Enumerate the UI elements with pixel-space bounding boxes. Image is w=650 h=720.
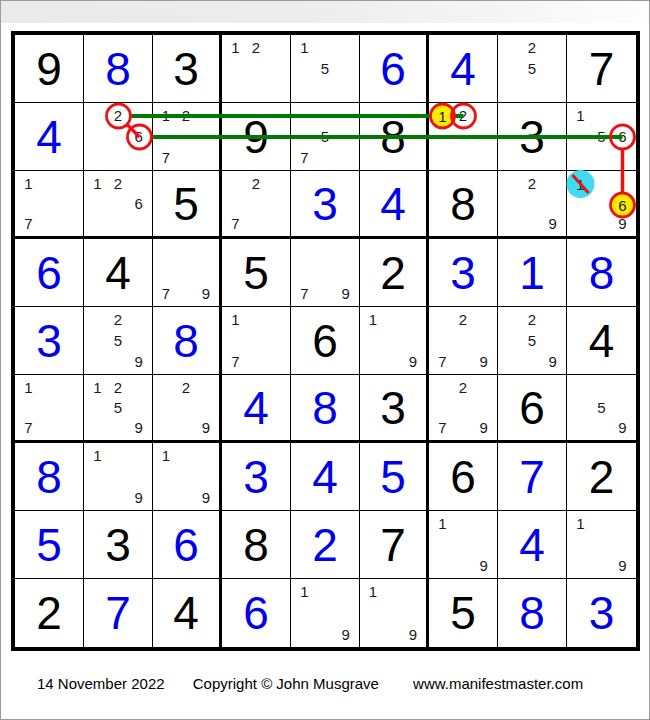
candidate-9: 9 — [542, 351, 563, 372]
cell-r4c3[interactable]: 79 — [153, 239, 222, 307]
cell-r4c4[interactable]: 5 — [222, 239, 291, 307]
candidate-7: 7 — [432, 418, 453, 438]
candidate-9: 9 — [473, 351, 494, 372]
cell-r1c6[interactable]: 6 — [360, 35, 429, 103]
candidate-9: 9 — [196, 283, 216, 304]
candidate-empty — [294, 126, 315, 147]
candidate-empty — [473, 309, 494, 330]
cell-r9c3[interactable]: 4 — [153, 579, 222, 647]
solved-digit: 3 — [567, 579, 636, 647]
candidate-9: 9 — [196, 487, 216, 508]
cell-r8c1[interactable]: 5 — [15, 511, 84, 579]
candidate-7: 7 — [294, 147, 315, 168]
candidate-1: 1 — [432, 105, 453, 126]
solved-digit: 4 — [291, 443, 359, 510]
candidate-empty — [383, 309, 403, 330]
cell-r2c7[interactable]: 12 — [429, 103, 498, 171]
candidate-empty — [246, 214, 267, 234]
cell-r8c7[interactable]: 19 — [429, 511, 498, 579]
candidate-1: 1 — [432, 513, 453, 534]
cell-r1c1[interactable]: 9 — [15, 35, 84, 103]
candidate-empty — [453, 555, 474, 576]
footer: 14 November 2022 Copyright © John Musgra… — [1, 675, 649, 692]
cell-r2c8[interactable]: 3 — [498, 103, 567, 171]
cell-r8c5[interactable]: 2 — [291, 511, 360, 579]
pencil-marks: 279 — [432, 377, 494, 438]
candidate-empty — [156, 418, 176, 438]
solved-digit: 3 — [15, 307, 83, 374]
candidate-2: 2 — [108, 105, 129, 126]
candidate-empty — [453, 397, 474, 417]
candidate-empty — [501, 37, 522, 58]
candidate-empty — [176, 418, 196, 438]
candidate-empty — [196, 397, 216, 417]
candidate-empty — [156, 466, 176, 487]
candidate-empty — [59, 397, 80, 417]
pencil-marks: 29 — [501, 173, 563, 234]
candidate-empty — [156, 487, 176, 508]
cell-r4c6[interactable]: 2 — [360, 239, 429, 307]
pencil-marks: 19 — [363, 309, 423, 372]
candidate-empty — [87, 418, 108, 438]
sudoku-board: 9831215642574261279578123156171265273482… — [11, 31, 640, 651]
candidate-7: 7 — [156, 147, 176, 168]
candidate-empty — [246, 193, 267, 213]
candidate-2: 2 — [108, 173, 129, 193]
candidate-empty — [196, 445, 216, 466]
candidate-empty — [294, 58, 315, 79]
cell-r4c7[interactable]: 3 — [429, 239, 498, 307]
solved-digit: 8 — [153, 307, 219, 374]
pencil-marks: 17 — [18, 173, 80, 234]
cell-r7c7[interactable]: 6 — [429, 443, 498, 511]
cell-r3c4[interactable]: 27 — [222, 171, 291, 239]
candidate-empty — [570, 147, 591, 168]
cell-r7c2[interactable]: 19 — [84, 443, 153, 511]
cell-r8c8[interactable]: 4 — [498, 511, 567, 579]
candidate-empty — [363, 602, 383, 623]
candidate-empty — [294, 105, 315, 126]
candidate-empty — [315, 624, 336, 645]
given-digit: 2 — [360, 239, 426, 306]
candidate-5: 5 — [315, 58, 336, 79]
candidate-1: 1 — [87, 173, 108, 193]
candidate-empty — [522, 79, 543, 100]
candidate-empty — [128, 397, 149, 417]
cell-r9c5[interactable]: 19 — [291, 579, 360, 647]
pencil-marks: 19 — [156, 445, 216, 508]
cell-r7c4[interactable]: 3 — [222, 443, 291, 511]
candidate-empty — [294, 79, 315, 100]
candidate-2: 2 — [522, 173, 543, 193]
cell-r2c4[interactable]: 9 — [222, 103, 291, 171]
cell-r5c7[interactable]: 279 — [429, 307, 498, 375]
pencil-marks: 12 — [225, 37, 287, 100]
given-digit: 3 — [84, 511, 152, 578]
candidate-empty — [363, 624, 383, 645]
cell-r3c1[interactable]: 17 — [15, 171, 84, 239]
cell-r9c6[interactable]: 19 — [360, 579, 429, 647]
candidate-empty — [612, 513, 633, 534]
candidate-empty — [542, 330, 563, 351]
candidate-empty — [246, 79, 267, 100]
cell-r3c5[interactable]: 3 — [291, 171, 360, 239]
cell-r7c1[interactable]: 8 — [15, 443, 84, 511]
candidate-empty — [196, 262, 216, 283]
cell-r4c5[interactable]: 79 — [291, 239, 360, 307]
candidate-9: 9 — [128, 487, 149, 508]
candidate-9: 9 — [612, 555, 633, 576]
candidate-empty — [335, 602, 356, 623]
cell-r5c6[interactable]: 19 — [360, 307, 429, 375]
candidate-empty — [432, 309, 453, 330]
candidate-7: 7 — [225, 351, 246, 372]
candidate-1: 1 — [570, 513, 591, 534]
candidate-empty — [335, 79, 356, 100]
cell-r5c3[interactable]: 8 — [153, 307, 222, 375]
given-digit: 5 — [429, 579, 497, 647]
candidate-empty — [266, 351, 287, 372]
cell-r4c8[interactable]: 1 — [498, 239, 567, 307]
candidate-empty — [453, 147, 474, 168]
cell-r5c1[interactable]: 3 — [15, 307, 84, 375]
candidate-2: 2 — [176, 105, 196, 126]
candidate-empty — [315, 147, 336, 168]
candidate-empty — [108, 466, 129, 487]
candidate-empty — [612, 105, 633, 126]
candidate-empty — [128, 147, 149, 168]
candidate-empty — [128, 330, 149, 351]
candidate-empty — [335, 37, 356, 58]
candidate-1: 1 — [363, 581, 383, 602]
candidate-empty — [542, 193, 563, 213]
pencil-marks: 26 — [87, 105, 149, 168]
candidate-empty — [225, 330, 246, 351]
cell-r5c2[interactable]: 259 — [84, 307, 153, 375]
candidate-empty — [108, 193, 129, 213]
cell-r1c2[interactable]: 8 — [84, 35, 153, 103]
given-digit: 4 — [84, 239, 152, 306]
candidate-empty — [108, 126, 129, 147]
candidate-empty — [591, 534, 612, 555]
candidate-9: 9 — [196, 418, 216, 438]
candidate-empty — [432, 147, 453, 168]
cell-r1c5[interactable]: 15 — [291, 35, 360, 103]
candidate-1: 1 — [294, 37, 315, 58]
given-digit: 8 — [222, 511, 290, 578]
candidate-empty — [432, 555, 453, 576]
candidate-empty — [473, 147, 494, 168]
candidate-empty — [335, 105, 356, 126]
given-digit: 6 — [291, 307, 359, 374]
candidate-empty — [128, 214, 149, 234]
candidate-empty — [39, 214, 60, 234]
pencil-marks: 79 — [294, 241, 356, 304]
pencil-marks: 57 — [294, 105, 356, 168]
candidate-empty — [294, 624, 315, 645]
cell-r8c3[interactable]: 6 — [153, 511, 222, 579]
cell-r2c3[interactable]: 127 — [153, 103, 222, 171]
cell-r3c6[interactable]: 4 — [360, 171, 429, 239]
candidate-empty — [315, 37, 336, 58]
candidate-empty — [501, 193, 522, 213]
candidate-1: 1 — [87, 377, 108, 397]
candidate-empty — [87, 397, 108, 417]
candidate-empty — [128, 377, 149, 397]
cell-r1c9[interactable]: 7 — [567, 35, 636, 103]
pencil-marks: 279 — [432, 309, 494, 372]
candidate-6: 6 — [128, 193, 149, 213]
candidate-empty — [196, 105, 216, 126]
pencil-marks: 126 — [87, 173, 149, 234]
candidate-9: 9 — [335, 624, 356, 645]
candidate-empty — [383, 602, 403, 623]
candidate-empty — [315, 79, 336, 100]
cell-r6c6[interactable]: 3 — [360, 375, 429, 443]
solved-digit: 8 — [567, 239, 636, 306]
candidate-6: 6 — [612, 193, 633, 213]
cell-r9c4[interactable]: 6 — [222, 579, 291, 647]
candidate-empty — [87, 214, 108, 234]
candidate-empty — [335, 126, 356, 147]
candidate-empty — [501, 330, 522, 351]
pencil-marks: 19 — [363, 581, 423, 645]
candidate-empty — [591, 214, 612, 234]
pencil-marks: 19 — [294, 581, 356, 645]
candidate-empty — [432, 330, 453, 351]
cell-r5c5[interactable]: 6 — [291, 307, 360, 375]
candidate-empty — [176, 126, 196, 147]
candidate-empty — [156, 377, 176, 397]
candidate-empty — [453, 351, 474, 372]
cell-r4c9[interactable]: 8 — [567, 239, 636, 307]
candidate-empty — [612, 173, 633, 193]
candidate-empty — [176, 241, 196, 262]
candidate-empty — [87, 309, 108, 330]
cell-r8c6[interactable]: 7 — [360, 511, 429, 579]
candidate-empty — [156, 397, 176, 417]
given-digit: 2 — [567, 443, 636, 510]
candidate-empty — [39, 173, 60, 193]
candidate-9: 9 — [612, 418, 633, 438]
candidate-empty — [59, 214, 80, 234]
candidate-2: 2 — [246, 173, 267, 193]
given-digit: 7 — [567, 35, 636, 102]
candidate-empty — [542, 309, 563, 330]
candidate-empty — [570, 534, 591, 555]
candidate-empty — [108, 487, 129, 508]
cell-r2c1[interactable]: 4 — [15, 103, 84, 171]
candidate-empty — [473, 105, 494, 126]
cell-r9c8[interactable]: 8 — [498, 579, 567, 647]
footer-copyright: Copyright © John Musgrave — [193, 675, 379, 692]
given-digit: 5 — [153, 171, 219, 236]
footer-website: www.manifestmaster.com — [413, 675, 583, 692]
cell-r6c7[interactable]: 279 — [429, 375, 498, 443]
pencil-marks: 259 — [501, 309, 563, 372]
solved-digit: 6 — [153, 511, 219, 578]
candidate-empty — [403, 309, 423, 330]
given-digit: 3 — [153, 35, 219, 102]
candidate-empty — [196, 126, 216, 147]
given-digit: 4 — [153, 579, 219, 647]
cell-r5c4[interactable]: 17 — [222, 307, 291, 375]
candidate-empty — [59, 377, 80, 397]
candidate-7: 7 — [432, 351, 453, 372]
cell-r3c2[interactable]: 126 — [84, 171, 153, 239]
pencil-marks: 15 — [294, 37, 356, 100]
candidate-empty — [128, 466, 149, 487]
solved-digit: 5 — [15, 511, 83, 578]
candidate-empty — [266, 193, 287, 213]
cell-r5c9[interactable]: 4 — [567, 307, 636, 375]
candidate-empty — [363, 351, 383, 372]
candidate-1: 1 — [570, 105, 591, 126]
cell-r6c8[interactable]: 6 — [498, 375, 567, 443]
candidate-9: 9 — [128, 351, 149, 372]
given-digit: 8 — [429, 171, 497, 236]
candidate-empty — [266, 79, 287, 100]
candidate-9: 9 — [612, 214, 633, 234]
candidate-empty — [87, 126, 108, 147]
candidate-empty — [196, 466, 216, 487]
candidate-empty — [246, 330, 267, 351]
cell-r1c7[interactable]: 4 — [429, 35, 498, 103]
cell-r2c9[interactable]: 156 — [567, 103, 636, 171]
cell-r6c2[interactable]: 1259 — [84, 375, 153, 443]
candidate-empty — [432, 397, 453, 417]
candidate-empty — [87, 147, 108, 168]
cell-r2c6[interactable]: 8 — [360, 103, 429, 171]
pencil-marks: 79 — [156, 241, 216, 304]
candidate-empty — [501, 309, 522, 330]
candidate-2: 2 — [453, 105, 474, 126]
candidate-1: 1 — [87, 445, 108, 466]
candidate-empty — [335, 581, 356, 602]
solved-digit: 1 — [498, 239, 566, 306]
cell-r4c2[interactable]: 4 — [84, 239, 153, 307]
candidate-9: 9 — [403, 351, 423, 372]
cell-r7c9[interactable]: 2 — [567, 443, 636, 511]
cell-r7c5[interactable]: 4 — [291, 443, 360, 511]
candidate-6: 6 — [612, 126, 633, 147]
cell-r6c5[interactable]: 8 — [291, 375, 360, 443]
candidate-empty — [315, 283, 336, 304]
candidate-empty — [591, 193, 612, 213]
candidate-empty — [542, 79, 563, 100]
pencil-marks: 169 — [570, 173, 633, 234]
solved-digit: 7 — [498, 443, 566, 510]
cell-r4c1[interactable]: 6 — [15, 239, 84, 307]
cell-r6c9[interactable]: 59 — [567, 375, 636, 443]
cell-r3c7[interactable]: 8 — [429, 171, 498, 239]
cell-r9c1[interactable]: 2 — [15, 579, 84, 647]
candidate-empty — [591, 173, 612, 193]
candidate-empty — [383, 581, 403, 602]
cell-r2c2[interactable]: 26 — [84, 103, 153, 171]
candidate-1: 1 — [225, 309, 246, 330]
pencil-marks: 19 — [432, 513, 494, 576]
candidate-empty — [176, 397, 196, 417]
candidate-1: 1 — [18, 173, 39, 193]
candidate-2: 2 — [453, 377, 474, 397]
candidate-empty — [570, 214, 591, 234]
candidate-empty — [542, 58, 563, 79]
given-digit: 6 — [498, 375, 566, 440]
candidate-empty — [473, 534, 494, 555]
cell-r1c3[interactable]: 3 — [153, 35, 222, 103]
candidate-empty — [87, 351, 108, 372]
cell-r7c6[interactable]: 5 — [360, 443, 429, 511]
cell-r9c9[interactable]: 3 — [567, 579, 636, 647]
candidate-empty — [108, 147, 129, 168]
cell-r9c7[interactable]: 5 — [429, 579, 498, 647]
solved-digit: 7 — [84, 579, 152, 647]
cell-r1c8[interactable]: 25 — [498, 35, 567, 103]
candidate-2: 2 — [176, 377, 196, 397]
cell-r8c9[interactable]: 19 — [567, 511, 636, 579]
given-digit: 8 — [360, 103, 426, 170]
candidate-empty — [570, 193, 591, 213]
given-digit: 2 — [15, 579, 83, 647]
candidate-empty — [156, 262, 176, 283]
cell-r2c5[interactable]: 57 — [291, 103, 360, 171]
candidate-empty — [591, 418, 612, 438]
candidate-7: 7 — [294, 283, 315, 304]
pencil-marks: 17 — [18, 377, 80, 438]
cell-r6c3[interactable]: 29 — [153, 375, 222, 443]
candidate-empty — [335, 262, 356, 283]
candidate-empty — [403, 330, 423, 351]
candidate-empty — [473, 377, 494, 397]
candidate-empty — [522, 351, 543, 372]
cell-r3c9[interactable]: 169 — [567, 171, 636, 239]
candidate-empty — [453, 534, 474, 555]
candidate-2: 2 — [108, 309, 129, 330]
candidate-empty — [18, 193, 39, 213]
candidate-2: 2 — [522, 309, 543, 330]
candidate-empty — [315, 262, 336, 283]
candidate-empty — [266, 309, 287, 330]
cell-r3c8[interactable]: 29 — [498, 171, 567, 239]
cell-r1c4[interactable]: 12 — [222, 35, 291, 103]
candidate-empty — [612, 534, 633, 555]
cell-r8c2[interactable]: 3 — [84, 511, 153, 579]
given-digit: 5 — [222, 239, 290, 306]
candidate-empty — [570, 418, 591, 438]
candidate-empty — [128, 105, 149, 126]
cell-r9c2[interactable]: 7 — [84, 579, 153, 647]
pencil-marks: 29 — [156, 377, 216, 438]
candidate-empty — [591, 555, 612, 576]
candidate-empty — [196, 377, 216, 397]
cell-r7c8[interactable]: 7 — [498, 443, 567, 511]
candidate-empty — [266, 214, 287, 234]
cell-r3c3[interactable]: 5 — [153, 171, 222, 239]
cell-r6c1[interactable]: 17 — [15, 375, 84, 443]
cell-r8c4[interactable]: 8 — [222, 511, 291, 579]
cell-r5c8[interactable]: 259 — [498, 307, 567, 375]
solved-digit: 3 — [222, 443, 290, 510]
candidate-1: 1 — [294, 581, 315, 602]
candidate-empty — [59, 193, 80, 213]
candidate-empty — [246, 58, 267, 79]
candidate-empty — [570, 126, 591, 147]
candidate-empty — [383, 330, 403, 351]
cell-r6c4[interactable]: 4 — [222, 375, 291, 443]
cell-r7c3[interactable]: 19 — [153, 443, 222, 511]
candidate-1: 1 — [570, 173, 591, 193]
